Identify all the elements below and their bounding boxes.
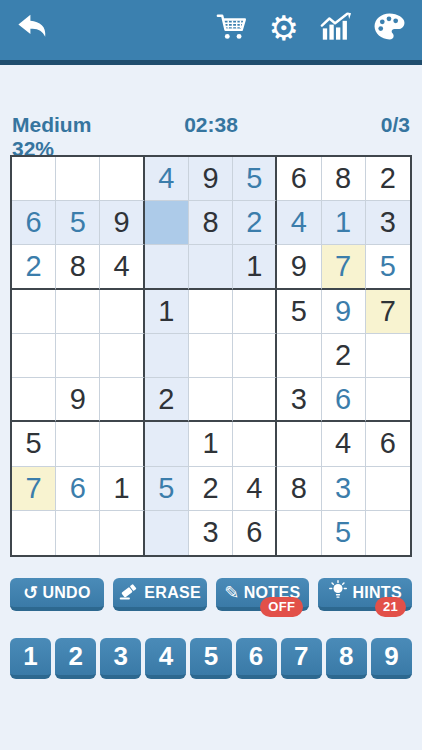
numpad-button-8[interactable]: 8 [326,638,367,679]
cell-r3c9[interactable]: 5 [366,245,410,289]
cell-r5c4[interactable] [145,334,189,378]
cell-r3c5[interactable] [189,245,233,289]
cell-r3c3[interactable]: 4 [100,245,144,289]
settings-button[interactable]: ⚙ [269,11,299,45]
cell-r1c9[interactable]: 2 [366,157,410,201]
hints-button[interactable]: HINTS 21 [318,578,412,611]
cell-r6c9[interactable] [366,378,410,422]
cell-r1c4[interactable]: 4 [145,157,189,201]
cell-r1c6[interactable]: 5 [233,157,277,201]
cell-r7c9[interactable]: 6 [366,422,410,466]
number-pad: 123456789 [10,638,412,679]
cell-r4c8[interactable]: 9 [322,290,366,334]
top-bar-actions: ⚙ [216,11,406,45]
cell-r8c9[interactable] [366,467,410,511]
cell-r8c5[interactable]: 2 [189,467,233,511]
undo-label: UNDO [42,584,90,602]
cell-r4c1[interactable] [12,290,56,334]
cell-r9c2[interactable] [56,511,100,555]
cell-r6c1[interactable] [12,378,56,422]
cell-r7c2[interactable] [56,422,100,466]
cell-r1c5[interactable]: 9 [189,157,233,201]
cell-r4c2[interactable] [56,290,100,334]
cell-r7c1[interactable]: 5 [12,422,56,466]
sudoku-app-screen: ⚙ [0,0,422,750]
undo-button[interactable]: ↺ UNDO [10,578,104,611]
numpad-button-2[interactable]: 2 [55,638,96,679]
cell-r9c8[interactable]: 5 [322,511,366,555]
cell-r6c6[interactable] [233,378,277,422]
timer: 02:38 [132,113,290,137]
cell-r8c2[interactable]: 6 [56,467,100,511]
cell-r1c1[interactable] [12,157,56,201]
cell-r8c7[interactable]: 8 [277,467,321,511]
numpad-button-3[interactable]: 3 [100,638,141,679]
cell-r7c6[interactable] [233,422,277,466]
cell-r4c9[interactable]: 7 [366,290,410,334]
cell-r9c5[interactable]: 3 [189,511,233,555]
numpad-button-7[interactable]: 7 [281,638,322,679]
cell-r3c4[interactable] [145,245,189,289]
cell-r4c6[interactable] [233,290,277,334]
back-button[interactable] [16,12,48,43]
cell-r9c1[interactable] [12,511,56,555]
lightbulb-icon [328,580,348,605]
cell-r3c1[interactable]: 2 [12,245,56,289]
cell-r7c7[interactable] [277,422,321,466]
cell-r3c2[interactable]: 8 [56,245,100,289]
cell-r3c8[interactable]: 7 [322,245,366,289]
cell-r9c3[interactable] [100,511,144,555]
cell-r2c5[interactable]: 8 [189,201,233,245]
cell-r5c2[interactable] [56,334,100,378]
cell-r6c4[interactable]: 2 [145,378,189,422]
cell-r5c5[interactable] [189,334,233,378]
cell-r1c7[interactable]: 6 [277,157,321,201]
notes-status-badge: OFF [260,597,303,617]
cell-r4c7[interactable]: 5 [277,290,321,334]
cell-r6c3[interactable] [100,378,144,422]
notes-button[interactable]: ✎ NOTES OFF [216,578,310,611]
cell-r6c7[interactable]: 3 [277,378,321,422]
cell-r8c3[interactable]: 1 [100,467,144,511]
erase-button[interactable]: ERASE [113,578,207,611]
hints-count-badge: 21 [375,597,406,617]
cell-r5c6[interactable] [233,334,277,378]
cell-r9c4[interactable] [145,511,189,555]
cell-r4c3[interactable] [100,290,144,334]
cell-r1c2[interactable] [56,157,100,201]
undo-icon: ↺ [23,584,38,602]
cell-r6c5[interactable] [189,378,233,422]
cell-r7c3[interactable] [100,422,144,466]
gear-icon: ⚙ [269,11,299,45]
cell-r4c5[interactable] [189,290,233,334]
statistics-button[interactable] [320,12,352,44]
numpad-button-9[interactable]: 9 [371,638,412,679]
cell-r3c6[interactable]: 1 [233,245,277,289]
eraser-icon [118,581,140,605]
cell-r5c9[interactable] [366,334,410,378]
status-row: Medium 32% 02:38 0/3 [12,113,410,161]
cell-r2c8[interactable]: 1 [322,201,366,245]
cell-r1c3[interactable] [100,157,144,201]
cell-r1c8[interactable]: 8 [322,157,366,201]
cell-r7c4[interactable] [145,422,189,466]
numpad-button-1[interactable]: 1 [10,638,51,679]
cell-r2c3[interactable]: 9 [100,201,144,245]
toolbar: ↺ UNDO ERASE ✎ NOTES OFF [10,578,412,611]
cell-r8c6[interactable]: 4 [233,467,277,511]
cell-r7c5[interactable]: 1 [189,422,233,466]
mistakes-counter: 0/3 [290,113,410,137]
cell-r4c4[interactable]: 1 [145,290,189,334]
themes-button[interactable] [373,12,406,44]
cart-icon [216,12,248,44]
cell-r8c4[interactable]: 5 [145,467,189,511]
cell-r2c1[interactable]: 6 [12,201,56,245]
numpad-button-6[interactable]: 6 [236,638,277,679]
palette-icon [373,12,406,44]
sudoku-board: 4956826598241328419751597292365146761524… [10,155,412,557]
cell-r2c7[interactable]: 4 [277,201,321,245]
cell-r5c8[interactable]: 2 [322,334,366,378]
numpad-button-5[interactable]: 5 [190,638,231,679]
top-bar: ⚙ [0,0,422,65]
difficulty-label: Medium [12,113,91,136]
cell-r5c3[interactable] [100,334,144,378]
cell-r2c4[interactable] [145,201,189,245]
back-icon [16,12,48,43]
stats-icon [320,12,352,44]
cell-r9c9[interactable] [366,511,410,555]
cell-r8c8[interactable]: 3 [322,467,366,511]
cell-r9c7[interactable] [277,511,321,555]
cell-r6c8[interactable]: 6 [322,378,366,422]
numpad-button-4[interactable]: 4 [145,638,186,679]
difficulty-progress: Medium 32% [12,113,132,161]
pencil-icon: ✎ [224,584,239,602]
cell-r2c6[interactable]: 2 [233,201,277,245]
cell-r2c2[interactable]: 5 [56,201,100,245]
cell-r8c1[interactable]: 7 [12,467,56,511]
cell-r6c2[interactable]: 9 [56,378,100,422]
cell-r5c1[interactable] [12,334,56,378]
cell-r5c7[interactable] [277,334,321,378]
cell-r3c7[interactable]: 9 [277,245,321,289]
shop-button[interactable] [216,12,248,44]
cell-r9c6[interactable]: 6 [233,511,277,555]
cell-r7c8[interactable]: 4 [322,422,366,466]
cell-r2c9[interactable]: 3 [366,201,410,245]
erase-label: ERASE [144,584,201,602]
